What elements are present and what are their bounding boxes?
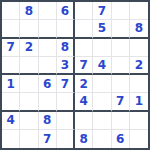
cell-r1c4: 6 xyxy=(57,2,75,20)
given-digit: 7 xyxy=(6,41,14,53)
given-digit: 8 xyxy=(79,133,87,145)
cell-r4c3[interactable] xyxy=(39,57,57,75)
cell-r3c2: 2 xyxy=(20,39,38,57)
given-digit: 1 xyxy=(6,78,14,90)
cell-r8c3: 7 xyxy=(39,130,57,148)
cell-r4c4: 3 xyxy=(57,57,75,75)
cell-r5c7[interactable] xyxy=(112,75,130,93)
cell-r5c6[interactable] xyxy=(93,75,111,93)
given-digit: 3 xyxy=(61,59,69,71)
cell-r5c4: 7 xyxy=(57,75,75,93)
cell-r6c8: 1 xyxy=(130,93,148,111)
given-digit: 6 xyxy=(61,5,69,17)
cell-r6c2[interactable] xyxy=(20,93,38,111)
given-digit: 6 xyxy=(43,78,51,90)
cell-r8c8[interactable] xyxy=(130,130,148,148)
given-digit: 7 xyxy=(79,59,87,71)
cell-r4c8: 2 xyxy=(130,57,148,75)
given-digit: 4 xyxy=(98,59,106,71)
cell-r6c1[interactable] xyxy=(2,93,20,111)
given-digit: 6 xyxy=(116,133,124,145)
cell-r2c2[interactable] xyxy=(20,20,38,38)
sudoku-board: 867587283742167247148786 xyxy=(0,0,150,150)
cell-r7c5[interactable] xyxy=(75,112,93,130)
cell-r7c1: 4 xyxy=(2,112,20,130)
cell-r2c6: 5 xyxy=(93,20,111,38)
given-digit: 7 xyxy=(98,5,106,17)
given-digit: 1 xyxy=(135,95,143,107)
cell-r6c7: 7 xyxy=(112,93,130,111)
given-digit: 8 xyxy=(43,114,51,126)
cell-r8c7: 6 xyxy=(112,130,130,148)
cell-r1c8[interactable] xyxy=(130,2,148,20)
cell-r3c5[interactable] xyxy=(75,39,93,57)
given-digit: 7 xyxy=(116,95,124,107)
cell-r1c3[interactable] xyxy=(39,2,57,20)
cell-r4c5: 7 xyxy=(75,57,93,75)
cell-r4c7[interactable] xyxy=(112,57,130,75)
cell-r4c6: 4 xyxy=(93,57,111,75)
cell-r2c5[interactable] xyxy=(75,20,93,38)
cell-r2c3[interactable] xyxy=(39,20,57,38)
given-digit: 8 xyxy=(135,22,143,34)
cell-r3c4: 8 xyxy=(57,39,75,57)
cell-r5c3: 6 xyxy=(39,75,57,93)
cell-r5c2[interactable] xyxy=(20,75,38,93)
cell-r6c4[interactable] xyxy=(57,93,75,111)
cell-r8c1[interactable] xyxy=(2,130,20,148)
cell-r1c6: 7 xyxy=(93,2,111,20)
given-digit: 7 xyxy=(61,78,69,90)
cell-r5c1: 1 xyxy=(2,75,20,93)
cell-r3c8[interactable] xyxy=(130,39,148,57)
cell-r1c5[interactable] xyxy=(75,2,93,20)
given-digit: 8 xyxy=(61,41,69,53)
cell-r4c1[interactable] xyxy=(2,57,20,75)
cell-r6c5: 4 xyxy=(75,93,93,111)
cell-r7c6[interactable] xyxy=(93,112,111,130)
cell-r6c6[interactable] xyxy=(93,93,111,111)
cell-r6c3[interactable] xyxy=(39,93,57,111)
cell-r7c3: 8 xyxy=(39,112,57,130)
cell-r7c8[interactable] xyxy=(130,112,148,130)
cell-r1c7[interactable] xyxy=(112,2,130,20)
cell-r1c1[interactable] xyxy=(2,2,20,20)
cell-r3c3[interactable] xyxy=(39,39,57,57)
given-digit: 8 xyxy=(25,5,33,17)
given-digit: 2 xyxy=(135,59,143,71)
cell-r7c4[interactable] xyxy=(57,112,75,130)
cell-r3c6[interactable] xyxy=(93,39,111,57)
cell-r8c4[interactable] xyxy=(57,130,75,148)
cell-r4c2[interactable] xyxy=(20,57,38,75)
cell-r3c1: 7 xyxy=(2,39,20,57)
given-digit: 4 xyxy=(79,95,87,107)
cell-r5c5: 2 xyxy=(75,75,93,93)
cell-r8c2[interactable] xyxy=(20,130,38,148)
cell-r7c7[interactable] xyxy=(112,112,130,130)
cell-r2c7[interactable] xyxy=(112,20,130,38)
cell-r1c2: 8 xyxy=(20,2,38,20)
cell-r2c8: 8 xyxy=(130,20,148,38)
given-digit: 2 xyxy=(25,41,33,53)
cell-r8c6[interactable] xyxy=(93,130,111,148)
cell-r2c4[interactable] xyxy=(57,20,75,38)
cell-r2c1[interactable] xyxy=(2,20,20,38)
given-digit: 2 xyxy=(79,78,87,90)
given-digit: 5 xyxy=(98,22,106,34)
given-digit: 7 xyxy=(43,133,51,145)
given-digit: 4 xyxy=(6,114,14,126)
cell-r8c5: 8 xyxy=(75,130,93,148)
cell-r3c7[interactable] xyxy=(112,39,130,57)
cell-r5c8[interactable] xyxy=(130,75,148,93)
cell-r7c2[interactable] xyxy=(20,112,38,130)
